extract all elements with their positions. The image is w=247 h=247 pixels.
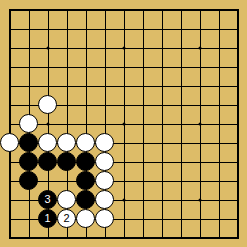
white-stone xyxy=(38,133,57,152)
black-stone xyxy=(38,152,57,171)
black-stone xyxy=(76,152,95,171)
white-stone xyxy=(95,209,114,228)
go-board-diagram: 312 xyxy=(0,0,247,247)
black-stone xyxy=(19,171,38,190)
black-stone-numbered: 1 xyxy=(38,209,57,228)
white-stone xyxy=(19,114,38,133)
stones-layer: 312 xyxy=(0,0,247,247)
white-stone-numbered: 2 xyxy=(57,209,76,228)
white-stone xyxy=(95,133,114,152)
black-stone xyxy=(19,152,38,171)
white-stone xyxy=(76,209,95,228)
black-stone-numbered: 3 xyxy=(38,190,57,209)
white-stone xyxy=(76,133,95,152)
black-stone xyxy=(19,133,38,152)
white-stone xyxy=(0,133,19,152)
white-stone xyxy=(95,152,114,171)
black-stone xyxy=(76,190,95,209)
white-stone xyxy=(38,95,57,114)
black-stone xyxy=(57,152,76,171)
white-stone xyxy=(95,190,114,209)
black-stone xyxy=(76,171,95,190)
white-stone xyxy=(57,190,76,209)
white-stone xyxy=(95,171,114,190)
white-stone xyxy=(57,133,76,152)
